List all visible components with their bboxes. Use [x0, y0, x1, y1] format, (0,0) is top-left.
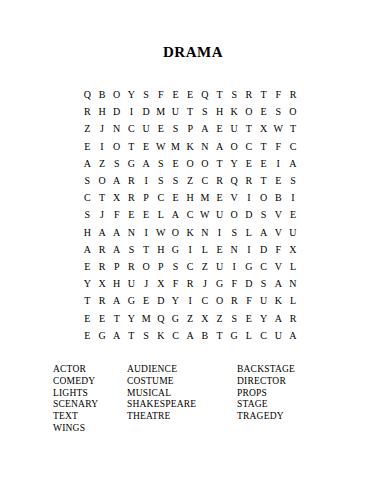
grid-cell: J	[95, 206, 110, 223]
word-column-1: ACTORCOMEDYLIGHTSSCENARYTEXTWINGS	[53, 364, 98, 435]
grid-cell: D	[256, 241, 271, 258]
grid-cell: S	[153, 172, 168, 189]
grid-cell: A	[80, 241, 95, 258]
grid-cell: A	[183, 327, 198, 344]
grid-cell: S	[227, 86, 242, 103]
grid-cell: Y	[80, 275, 95, 292]
grid-cell: G	[212, 275, 227, 292]
grid-cell: A	[256, 224, 271, 241]
grid-cell: N	[124, 224, 139, 241]
grid-cell: Z	[198, 258, 213, 275]
grid-cell: T	[212, 155, 227, 172]
grid-cell: D	[242, 206, 257, 223]
grid-cell: A	[212, 138, 227, 155]
grid-cell: E	[242, 309, 257, 326]
grid-cell: P	[153, 258, 168, 275]
grid-cell: S	[256, 206, 271, 223]
grid-cell: I	[271, 155, 286, 172]
grid-cell: Q	[153, 309, 168, 326]
grid-cell: S	[286, 172, 301, 189]
grid-cell: S	[168, 172, 183, 189]
grid-cell: S	[256, 275, 271, 292]
grid-cell: A	[109, 292, 124, 309]
grid-cell: A	[109, 327, 124, 344]
grid-cell: T	[256, 86, 271, 103]
grid-cell: E	[183, 86, 198, 103]
grid-cell: T	[124, 138, 139, 155]
grid-cell: R	[183, 275, 198, 292]
grid-cell: R	[286, 309, 301, 326]
grid-cell: R	[95, 292, 110, 309]
grid-cell: F	[227, 275, 242, 292]
grid-cell: C	[242, 138, 257, 155]
grid-cell: E	[124, 206, 139, 223]
grid-cell: T	[80, 292, 95, 309]
grid-cell: Z	[212, 309, 227, 326]
word-list: ACTORCOMEDYLIGHTSSCENARYTEXTWINGS AUDIEN…	[0, 364, 386, 444]
grid-cell: F	[271, 138, 286, 155]
grid-cell: W	[153, 138, 168, 155]
grid-cell: A	[168, 206, 183, 223]
grid-cell: H	[80, 224, 95, 241]
grid-cell: E	[212, 120, 227, 137]
grid-cell: T	[109, 309, 124, 326]
grid-cell: G	[168, 241, 183, 258]
grid-cell: A	[271, 309, 286, 326]
word-list-item: SHAKESPEARE	[127, 399, 196, 411]
grid-cell: F	[153, 86, 168, 103]
grid-cell: E	[80, 258, 95, 275]
grid-cell: S	[271, 103, 286, 120]
grid-cell: C	[198, 292, 213, 309]
word-list-item: SCENARY	[53, 399, 98, 411]
word-list-item: STAGE	[237, 399, 295, 411]
grid-cell: E	[80, 327, 95, 344]
grid-cell: S	[168, 258, 183, 275]
word-list-item: LIGHTS	[53, 388, 98, 400]
grid-cell: T	[242, 120, 257, 137]
grid-cell: B	[95, 86, 110, 103]
grid-cell: Z	[80, 120, 95, 137]
grid-cell: E	[212, 241, 227, 258]
grid-cell: U	[212, 258, 227, 275]
word-column-3: BACKSTAGEDIRECTORPROPSSTAGETRAGEDY	[237, 364, 295, 423]
grid-cell: H	[95, 103, 110, 120]
grid-cell: R	[95, 258, 110, 275]
grid-cell: S	[80, 206, 95, 223]
grid-cell: O	[109, 86, 124, 103]
grid-cell: E	[153, 120, 168, 137]
grid-cell: A	[95, 224, 110, 241]
grid-cell: I	[242, 189, 257, 206]
grid-cell: K	[183, 224, 198, 241]
grid-cell: I	[227, 258, 242, 275]
grid-cell: S	[168, 120, 183, 137]
grid-cell: X	[256, 120, 271, 137]
grid-cell: G	[124, 292, 139, 309]
grid-cell: F	[242, 292, 257, 309]
grid-cell: X	[286, 241, 301, 258]
grid-cell: U	[124, 275, 139, 292]
grid-cell: L	[286, 292, 301, 309]
grid-cell: I	[242, 241, 257, 258]
grid-cell: Z	[183, 309, 198, 326]
grid-cell: G	[124, 155, 139, 172]
grid-cell: S	[227, 309, 242, 326]
grid-cell: R	[124, 258, 139, 275]
grid-cell: Q	[80, 86, 95, 103]
grid-cell: H	[109, 275, 124, 292]
grid-cell: O	[227, 206, 242, 223]
grid-cell: L	[242, 327, 257, 344]
grid-cell: N	[198, 224, 213, 241]
grid-cell: A	[109, 172, 124, 189]
word-list-item: WINGS	[53, 423, 98, 435]
grid-cell: N	[109, 120, 124, 137]
word-search-grid: QBOYSFEEQTSRTFRRHDIDMUTSHKOESOZJNCUESPAE…	[80, 86, 300, 344]
grid-cell: O	[168, 224, 183, 241]
grid-cell: E	[168, 86, 183, 103]
grid-cell: T	[183, 103, 198, 120]
word-list-item: COMEDY	[53, 376, 98, 388]
grid-cell: P	[109, 258, 124, 275]
grid-cell: Y	[168, 292, 183, 309]
grid-cell: O	[242, 103, 257, 120]
grid-cell: S	[198, 103, 213, 120]
grid-cell: R	[242, 86, 257, 103]
grid-cell: E	[256, 103, 271, 120]
grid-cell: D	[139, 103, 154, 120]
grid-cell: E	[80, 309, 95, 326]
grid-cell: I	[139, 172, 154, 189]
grid-cell: K	[227, 103, 242, 120]
grid-cell: N	[227, 241, 242, 258]
grid-cell: C	[198, 172, 213, 189]
grid-cell: V	[271, 224, 286, 241]
grid-cell: F	[271, 241, 286, 258]
grid-cell: G	[227, 327, 242, 344]
grid-cell: S	[139, 327, 154, 344]
grid-cell: P	[183, 120, 198, 137]
grid-cell: V	[271, 206, 286, 223]
word-column-2: AUDIENCECOSTUMEMUSICALSHAKESPEARETHEATRE	[127, 364, 196, 423]
grid-cell: C	[168, 327, 183, 344]
grid-cell: L	[198, 241, 213, 258]
grid-cell: O	[183, 155, 198, 172]
grid-cell: U	[286, 224, 301, 241]
grid-cell: V	[227, 189, 242, 206]
grid-cell: G	[168, 309, 183, 326]
grid-cell: F	[271, 86, 286, 103]
grid-cell: U	[227, 120, 242, 137]
grid-cell: L	[242, 224, 257, 241]
word-list-item: TEXT	[53, 411, 98, 423]
grid-cell: K	[153, 327, 168, 344]
grid-cell: T	[286, 120, 301, 137]
grid-cell: I	[124, 103, 139, 120]
grid-cell: E	[286, 206, 301, 223]
worksheet-page: DRAMA QBOYSFEEQTSRTFRRHDIDMUTSHKOESOZJNC…	[0, 0, 386, 500]
grid-cell: S	[80, 172, 95, 189]
word-list-item: COSTUME	[127, 376, 196, 388]
grid-cell: U	[212, 206, 227, 223]
grid-cell: D	[109, 103, 124, 120]
grid-cell: R	[124, 172, 139, 189]
grid-cell: D	[242, 275, 257, 292]
grid-cell: G	[95, 327, 110, 344]
word-list-item: ACTOR	[53, 364, 98, 376]
grid-cell: B	[271, 189, 286, 206]
grid-cell: A	[80, 155, 95, 172]
grid-cell: S	[227, 224, 242, 241]
grid-cell: W	[271, 120, 286, 137]
grid-cell: I	[183, 292, 198, 309]
grid-cell: S	[139, 86, 154, 103]
grid-cell: L	[153, 206, 168, 223]
grid-cell: O	[198, 155, 213, 172]
grid-cell: C	[286, 138, 301, 155]
word-list-item: BACKSTAGE	[237, 364, 295, 376]
grid-cell: C	[256, 327, 271, 344]
grid-cell: A	[271, 275, 286, 292]
grid-cell: E	[139, 206, 154, 223]
grid-cell: O	[109, 138, 124, 155]
grid-cell: Y	[124, 309, 139, 326]
grid-cell: C	[183, 206, 198, 223]
grid-cell: A	[286, 327, 301, 344]
grid-cell: E	[139, 292, 154, 309]
grid-cell: X	[95, 275, 110, 292]
grid-cell: C	[124, 120, 139, 137]
grid-cell: U	[271, 327, 286, 344]
grid-cell: I	[183, 241, 198, 258]
grid-cell: J	[95, 120, 110, 137]
grid-cell: V	[271, 258, 286, 275]
grid-cell: H	[153, 241, 168, 258]
grid-cell: S	[153, 155, 168, 172]
grid-cell: I	[212, 224, 227, 241]
grid-cell: K	[271, 292, 286, 309]
grid-cell: I	[139, 224, 154, 241]
grid-cell: E	[139, 138, 154, 155]
grid-cell: X	[198, 309, 213, 326]
grid-cell: E	[212, 189, 227, 206]
grid-cell: H	[183, 189, 198, 206]
grid-cell: W	[198, 206, 213, 223]
grid-cell: R	[124, 189, 139, 206]
grid-cell: A	[109, 224, 124, 241]
word-list-item: AUDIENCE	[127, 364, 196, 376]
grid-cell: S	[109, 155, 124, 172]
puzzle-title: DRAMA	[0, 44, 386, 61]
grid-cell: E	[168, 189, 183, 206]
grid-cell: C	[256, 258, 271, 275]
word-list-item: MUSICAL	[127, 388, 196, 400]
grid-cell: U	[139, 120, 154, 137]
grid-cell: C	[183, 258, 198, 275]
grid-cell: M	[153, 103, 168, 120]
grid-cell: Y	[124, 86, 139, 103]
grid-cell: E	[256, 155, 271, 172]
grid-cell: B	[198, 327, 213, 344]
grid-cell: M	[168, 138, 183, 155]
grid-cell: O	[139, 258, 154, 275]
grid-cell: L	[286, 258, 301, 275]
grid-cell: F	[109, 206, 124, 223]
grid-cell: A	[198, 120, 213, 137]
grid-cell: O	[256, 189, 271, 206]
grid-cell: R	[242, 172, 257, 189]
grid-cell: Y	[256, 309, 271, 326]
grid-cell: O	[286, 103, 301, 120]
word-list-item: DIRECTOR	[237, 376, 295, 388]
word-list-item: THEATRE	[127, 411, 196, 423]
grid-cell: A	[286, 155, 301, 172]
grid-cell: A	[109, 241, 124, 258]
grid-cell: I	[95, 138, 110, 155]
grid-cell: R	[80, 103, 95, 120]
grid-cell: O	[212, 292, 227, 309]
word-list-item: PROPS	[237, 388, 295, 400]
grid-cell: G	[242, 258, 257, 275]
grid-cell: J	[198, 275, 213, 292]
grid-cell: X	[109, 189, 124, 206]
grid-cell: J	[139, 275, 154, 292]
grid-cell: T	[95, 189, 110, 206]
grid-cell: E	[168, 155, 183, 172]
grid-cell: D	[153, 292, 168, 309]
grid-cell: O	[227, 138, 242, 155]
grid-cell: N	[286, 275, 301, 292]
grid-cell: E	[80, 138, 95, 155]
grid-cell: P	[139, 189, 154, 206]
grid-cell: R	[95, 241, 110, 258]
grid-cell: M	[198, 189, 213, 206]
grid-cell: C	[80, 189, 95, 206]
grid-cell: R	[227, 292, 242, 309]
grid-cell: T	[212, 86, 227, 103]
grid-cell: R	[286, 86, 301, 103]
grid-cell: N	[198, 138, 213, 155]
grid-cell: W	[153, 224, 168, 241]
grid-cell: Z	[183, 172, 198, 189]
grid-cell: X	[153, 275, 168, 292]
grid-cell: T	[256, 172, 271, 189]
grid-cell: U	[256, 292, 271, 309]
grid-cell: T	[139, 241, 154, 258]
grid-cell: T	[256, 138, 271, 155]
grid-cell: T	[124, 327, 139, 344]
grid-cell: R	[212, 172, 227, 189]
grid-cell: K	[183, 138, 198, 155]
grid-cell: F	[168, 275, 183, 292]
grid-cell: U	[168, 103, 183, 120]
grid-cell: S	[124, 241, 139, 258]
grid-cell: A	[139, 155, 154, 172]
grid-cell: Q	[198, 86, 213, 103]
grid-cell: E	[242, 155, 257, 172]
grid-cell: C	[153, 189, 168, 206]
grid-cell: Y	[227, 155, 242, 172]
grid-cell: M	[139, 309, 154, 326]
grid-cell: H	[212, 103, 227, 120]
grid-cell: Q	[227, 172, 242, 189]
grid-cell: I	[286, 189, 301, 206]
grid-cell: E	[271, 172, 286, 189]
word-list-item: TRAGEDY	[237, 411, 295, 423]
grid-cell: E	[95, 309, 110, 326]
grid-cell: O	[95, 172, 110, 189]
grid-cell: T	[212, 327, 227, 344]
grid-cell: Z	[95, 155, 110, 172]
